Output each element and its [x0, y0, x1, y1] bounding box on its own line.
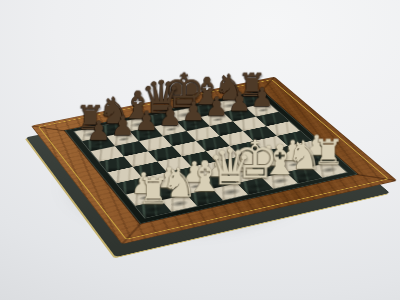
chessboard-3d: ♜♞♝♛♚♝♞♜♟♟♟♟♟♟♟♟♟♟♟♟♟♟♟♟♜♞♝♛♚♝♞♜	[31, 77, 397, 245]
square-a1[interactable]: ♜	[135, 200, 171, 218]
piece-white-rook[interactable]: ♜	[135, 200, 171, 218]
scene: ♜♞♝♛♚♝♞♜♟♟♟♟♟♟♟♟♟♟♟♟♟♟♟♟♜♞♝♛♚♝♞♜	[0, 0, 400, 300]
piece-glyph: ♜	[111, 172, 197, 208]
piece-glyph: ♟	[59, 117, 138, 144]
